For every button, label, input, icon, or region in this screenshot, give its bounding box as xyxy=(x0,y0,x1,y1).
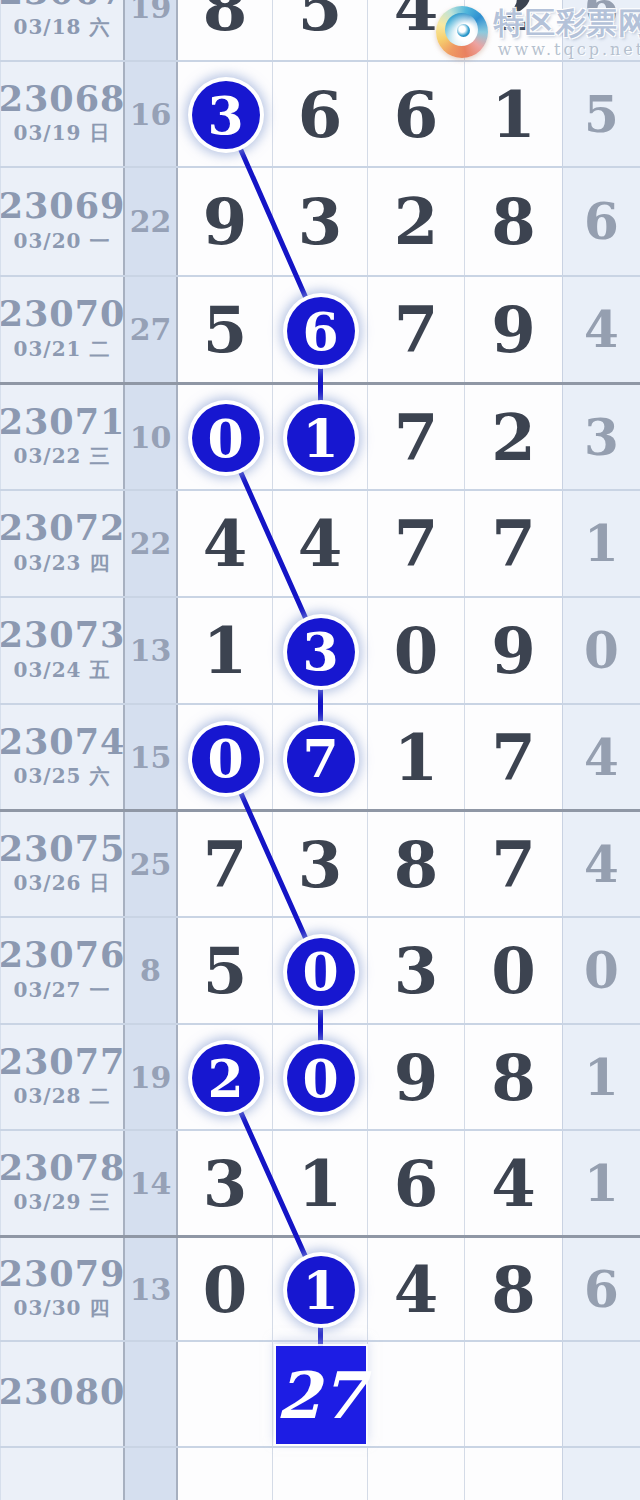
period-cell: 23075 03/26 日 xyxy=(0,812,123,916)
period-cell: 23080 xyxy=(0,1342,123,1446)
tail-digit-cell: 1 xyxy=(563,1131,640,1235)
digit-cell: 5 xyxy=(273,0,368,60)
tail-digit-cell: 6 xyxy=(563,1238,640,1340)
picked-number-circle: 1 xyxy=(287,404,355,472)
digit-cell: 8 xyxy=(465,1025,563,1129)
period-number: 23070 xyxy=(0,296,123,333)
tail-digit-cell: 1 xyxy=(563,491,640,596)
digit-cell: 8 xyxy=(465,168,563,275)
tail-digit-cell: 4 xyxy=(563,277,640,382)
period-cell: 23078 03/29 三 xyxy=(0,1131,123,1235)
draw-date: 03/26 日 xyxy=(14,870,111,897)
draw-date: 03/20 一 xyxy=(14,228,111,255)
period-cell: 23069 03/20 一 xyxy=(0,168,123,275)
sum-cell: 8 xyxy=(123,918,178,1023)
digit-cell: 4 xyxy=(178,491,273,596)
digit-cell: 4 xyxy=(465,1131,563,1235)
digit-cell: 6 xyxy=(368,1131,465,1235)
digit-cell: 9 xyxy=(368,1025,465,1129)
site-logo-icon xyxy=(436,6,488,58)
digit-cell: 0 xyxy=(465,918,563,1023)
period-number: 23068 xyxy=(0,81,123,118)
draw-date: 03/24 五 xyxy=(14,657,111,684)
period-cell: 23071 03/22 三 xyxy=(0,385,123,489)
period-cell: 23072 03/23 四 xyxy=(0,491,123,596)
picked-number-circle: 0 xyxy=(287,1044,355,1112)
table-row xyxy=(0,1448,640,1500)
digit-cell: 0 xyxy=(368,598,465,703)
period-number: 23073 xyxy=(0,617,123,654)
digit-cell: 1 xyxy=(178,598,273,703)
draw-date: 03/29 三 xyxy=(14,1189,111,1216)
draw-date: 03/25 六 xyxy=(14,763,111,790)
draw-date: 03/23 四 xyxy=(14,550,111,577)
site-watermark: 特区彩票网 www.tqcp.net xyxy=(436,6,640,59)
sum-cell: 16 xyxy=(123,62,178,166)
digit-cell: 5 xyxy=(178,918,273,1023)
digit-cell: 4 xyxy=(273,491,368,596)
digit-cell: 7 xyxy=(178,812,273,916)
period-number: 23079 xyxy=(0,1256,123,1293)
digit-cell: 9 xyxy=(178,168,273,275)
tail-digit-cell: 0 xyxy=(563,918,640,1023)
digit-cell: 6 xyxy=(273,62,368,166)
sum-cell: 10 xyxy=(123,385,178,489)
picked-number-circle: 3 xyxy=(287,618,355,686)
period-cell: 23068 03/19 日 xyxy=(0,62,123,166)
period-cell xyxy=(0,1448,123,1500)
digit-cell: 6 xyxy=(368,62,465,166)
draw-date: 03/30 四 xyxy=(14,1295,111,1322)
period-number: 23078 xyxy=(0,1150,123,1187)
draw-date: 03/28 二 xyxy=(14,1083,111,1110)
table-row: 23068 03/19 日 16 3 6 6 1 5 xyxy=(0,62,640,168)
period-cell: 23070 03/21 二 xyxy=(0,277,123,382)
sum-cell: 19 xyxy=(123,0,178,60)
draw-date: 03/21 二 xyxy=(14,336,111,363)
picked-number-circle: 3 xyxy=(192,81,260,149)
digit-cell: 3 xyxy=(178,1131,273,1235)
period-cell: 23067 03/18 六 xyxy=(0,0,123,60)
digit-cell: 2 xyxy=(465,385,563,489)
period-number: 23075 xyxy=(0,831,123,868)
next-period-prediction-square: 27 xyxy=(276,1346,366,1444)
digit-cell: 1 xyxy=(273,1131,368,1235)
digit-cell: 4 xyxy=(368,1238,465,1340)
tail-digit-cell xyxy=(563,1448,640,1500)
digit-cell: 7 xyxy=(465,491,563,596)
sum-cell: 22 xyxy=(123,491,178,596)
digit-cell: 8 xyxy=(368,812,465,916)
digit-cell xyxy=(368,1342,465,1446)
picked-number-circle: 2 xyxy=(192,1044,260,1112)
picked-number-circle: 0 xyxy=(287,938,355,1006)
digit-cell: 0 xyxy=(178,1238,273,1340)
period-cell: 23077 03/28 二 xyxy=(0,1025,123,1129)
period-number: 23072 xyxy=(0,510,123,547)
sum-cell: 25 xyxy=(123,812,178,916)
picked-number-circle: 6 xyxy=(287,297,355,365)
table-row: 23075 03/26 日 25 7 3 8 7 4 xyxy=(0,812,640,918)
digit-cell: 7 xyxy=(465,705,563,809)
digit-cell xyxy=(273,1448,368,1500)
digit-cell xyxy=(465,1342,563,1446)
digit-cell: 9 xyxy=(465,598,563,703)
digit-cell xyxy=(178,1448,273,1500)
period-number: 23069 xyxy=(0,188,123,225)
digit-cell xyxy=(178,1342,273,1446)
trend-chart: 23067 03/18 六 19 8 5 4 2 6 23068 03/19 日… xyxy=(0,0,640,1500)
tail-digit-cell xyxy=(563,1342,640,1446)
digit-cell xyxy=(368,1448,465,1500)
sum-cell: 13 xyxy=(123,1238,178,1340)
digit-cell: 1 xyxy=(368,705,465,809)
sum-cell: 15 xyxy=(123,705,178,809)
sum-cell: 13 xyxy=(123,598,178,703)
site-url: www.tqcp.net xyxy=(494,40,640,59)
sum-cell: 22 xyxy=(123,168,178,275)
digit-cell: 7 xyxy=(368,491,465,596)
tail-digit-cell: 4 xyxy=(563,705,640,809)
period-number: 23076 xyxy=(0,937,123,974)
tail-digit-cell: 3 xyxy=(563,385,640,489)
site-name: 特区彩票网 xyxy=(494,6,640,39)
sum-cell xyxy=(123,1342,178,1446)
digit-cell: 9 xyxy=(465,277,563,382)
sum-cell xyxy=(123,1448,178,1500)
draw-date: 03/22 三 xyxy=(14,443,111,470)
picked-number-circle: 7 xyxy=(287,725,355,793)
digit-cell: 3 xyxy=(368,918,465,1023)
tail-digit-cell: 0 xyxy=(563,598,640,703)
digit-cell xyxy=(465,1448,563,1500)
period-cell: 23076 03/27 一 xyxy=(0,918,123,1023)
draw-date: 03/19 日 xyxy=(14,120,111,147)
sum-cell: 27 xyxy=(123,277,178,382)
digit-cell: 3 xyxy=(273,168,368,275)
tail-digit-cell: 5 xyxy=(563,62,640,166)
digit-cell: 7 xyxy=(465,812,563,916)
tail-digit-cell: 6 xyxy=(563,168,640,275)
period-number: 23071 xyxy=(0,404,123,441)
sum-cell: 19 xyxy=(123,1025,178,1129)
digit-cell: 7 xyxy=(368,277,465,382)
digit-cell: 2 xyxy=(368,168,465,275)
period-cell: 23079 03/30 四 xyxy=(0,1238,123,1340)
digit-cell: 3 xyxy=(273,812,368,916)
tail-digit-cell: 4 xyxy=(563,812,640,916)
digit-cell: 8 xyxy=(178,0,273,60)
table-row: 23069 03/20 一 22 9 3 2 8 6 xyxy=(0,168,640,277)
tail-digit-cell: 1 xyxy=(563,1025,640,1129)
site-watermark-text: 特区彩票网 www.tqcp.net xyxy=(494,6,640,59)
picked-number-circle: 0 xyxy=(192,404,260,472)
digit-cell: 8 xyxy=(465,1238,563,1340)
digit-cell: 1 xyxy=(465,62,563,166)
table-row: 23072 03/23 四 22 4 4 7 7 1 xyxy=(0,491,640,598)
picked-number-circle: 1 xyxy=(287,1256,355,1324)
period-number: 23077 xyxy=(0,1044,123,1081)
digit-cell: 5 xyxy=(178,277,273,382)
sum-cell: 14 xyxy=(123,1131,178,1235)
period-cell: 23073 03/24 五 xyxy=(0,598,123,703)
picked-number-circle: 0 xyxy=(192,725,260,793)
period-number: 23067 xyxy=(0,0,123,11)
period-number: 23080 xyxy=(0,1374,123,1411)
table-row: 23078 03/29 三 14 3 1 6 4 1 xyxy=(0,1131,640,1238)
period-number: 23074 xyxy=(0,724,123,761)
draw-date: 03/18 六 xyxy=(14,14,111,41)
period-cell: 23074 03/25 六 xyxy=(0,705,123,809)
digit-cell: 7 xyxy=(368,385,465,489)
draw-date: 03/27 一 xyxy=(14,977,111,1004)
